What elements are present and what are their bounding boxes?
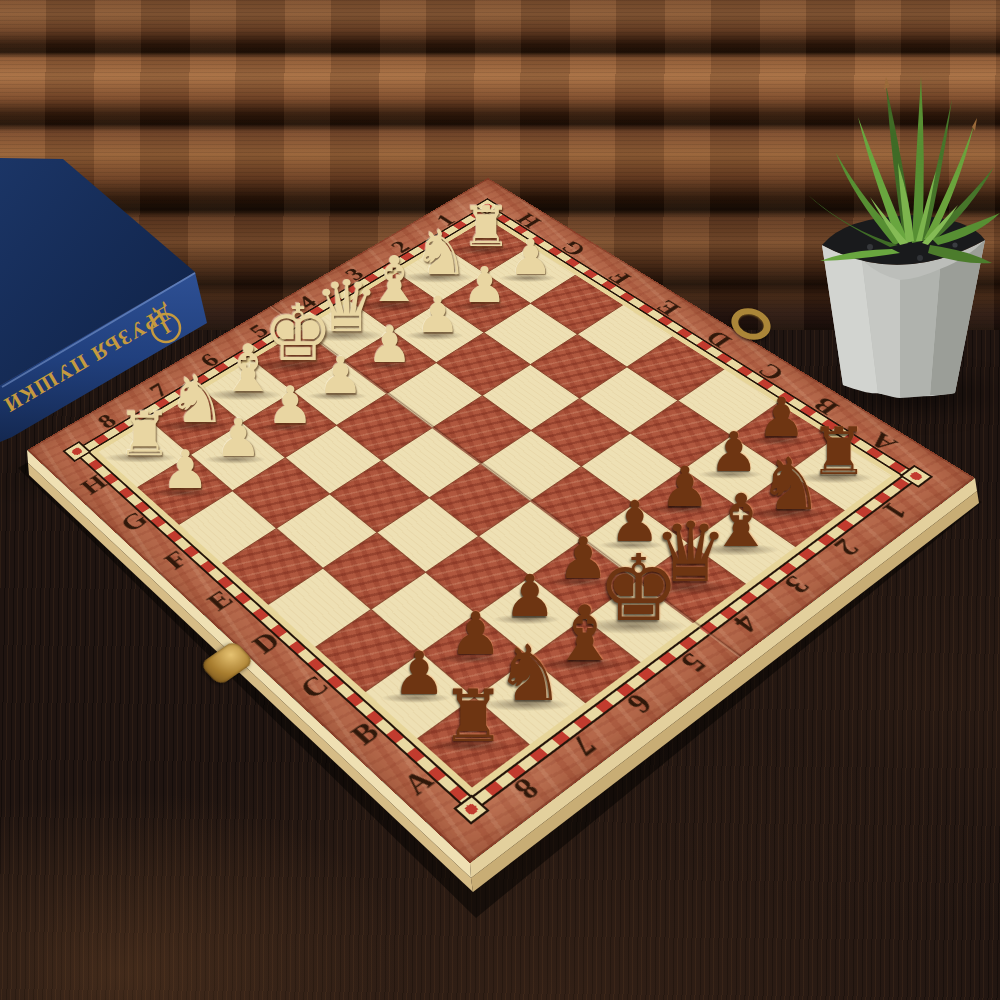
piece-wP-g7[interactable]: ♟	[215, 412, 262, 465]
piece-bP-b7[interactable]: ♟	[449, 605, 502, 664]
rank-label-right-4: 4	[726, 608, 767, 638]
piece-wP-g1[interactable]: ♟	[509, 234, 553, 283]
rank-label-right-6: 6	[619, 687, 660, 719]
rank-label-right-7: 7	[564, 729, 605, 762]
succulent-plant	[800, 55, 1000, 405]
piece-bP-b1[interactable]: ♟	[757, 392, 806, 446]
piece-bR-a8[interactable]: ♜	[441, 681, 505, 753]
piece-bP-b2[interactable]: ♟	[709, 425, 758, 480]
piece-bN-a7[interactable]: ♞	[495, 635, 564, 712]
piece-wP-g6[interactable]: ♟	[267, 381, 313, 433]
rank-label-right-3: 3	[777, 570, 818, 599]
piece-wP-g3[interactable]: ♟	[415, 290, 460, 340]
soil-pebble	[867, 244, 873, 250]
scene-photo-chess-set: ДРУЗЬЯ ПУШКИ I	[0, 0, 1000, 1000]
piece-wP-g5[interactable]: ♟	[318, 350, 364, 401]
piece-bP-b6[interactable]: ♟	[504, 567, 556, 625]
rank-label-right-8: 8	[506, 771, 547, 805]
piece-bP-b8[interactable]: ♟	[393, 644, 446, 704]
piece-wP-g4[interactable]: ♟	[367, 320, 412, 371]
soil-pebble	[917, 255, 923, 261]
piece-wP-g8[interactable]: ♟	[161, 444, 209, 497]
rank-label-right-1: 1	[875, 497, 915, 524]
rank-label-right-2: 2	[827, 533, 867, 561]
rank-label-right-5: 5	[673, 647, 714, 678]
piece-wP-g2[interactable]: ♟	[463, 262, 507, 311]
soil-pebble	[952, 242, 957, 247]
